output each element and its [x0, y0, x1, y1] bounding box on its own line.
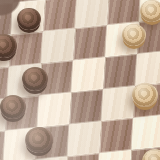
- board-square[interactable]: [101, 86, 135, 121]
- checker-piece-dark[interactable]: [25, 127, 53, 153]
- board-square[interactable]: [75, 0, 109, 28]
- checker-piece-light[interactable]: [132, 83, 158, 107]
- board-square[interactable]: [67, 121, 101, 156]
- board-square[interactable]: [69, 89, 103, 124]
- board-square[interactable]: [43, 0, 77, 32]
- checker-piece-dark[interactable]: [0, 95, 26, 119]
- board-square[interactable]: [41, 28, 75, 63]
- board-square[interactable]: [99, 118, 133, 153]
- board-square[interactable]: [71, 57, 105, 92]
- checker-piece-dark[interactable]: [22, 67, 48, 91]
- checker-piece-dark[interactable]: [17, 8, 41, 30]
- board-square[interactable]: [103, 54, 137, 89]
- board-photo: [0, 0, 160, 160]
- board-square[interactable]: [73, 25, 107, 60]
- checker-piece-light[interactable]: [140, 0, 160, 22]
- checker-piece-light[interactable]: [122, 24, 146, 46]
- board-square[interactable]: [135, 51, 160, 86]
- board-square[interactable]: [131, 115, 160, 150]
- board-square[interactable]: [37, 92, 71, 127]
